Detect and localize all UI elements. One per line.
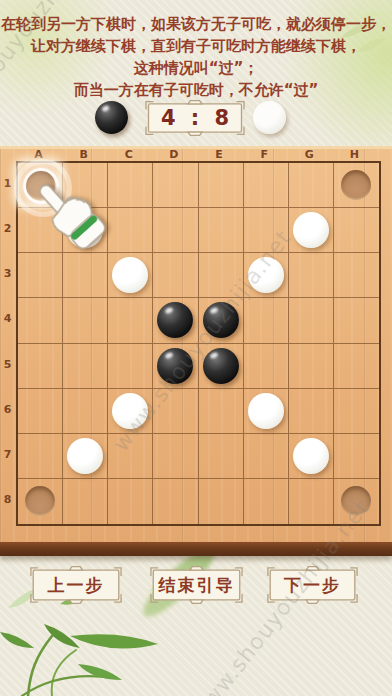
row-label-1: 1 — [0, 161, 15, 206]
cell-D2[interactable] — [153, 208, 198, 253]
cell-F8[interactable] — [244, 479, 289, 524]
score-row: 4 : 8 — [0, 98, 392, 142]
cell-H4[interactable] — [334, 298, 379, 343]
cell-B4[interactable] — [63, 298, 108, 343]
cell-G8[interactable] — [289, 479, 334, 524]
row-label-2: 2 — [0, 206, 15, 251]
cell-F7[interactable] — [244, 434, 289, 479]
cell-A3[interactable] — [18, 253, 63, 298]
cell-B8[interactable] — [63, 479, 108, 524]
cell-C1[interactable] — [108, 163, 153, 208]
tutorial-line-2: 让对方继续下棋，直到有子可吃时方能继续下棋， — [0, 35, 392, 57]
row-label-8: 8 — [0, 477, 15, 522]
cell-A8[interactable] — [18, 479, 63, 524]
cell-C5[interactable] — [108, 344, 153, 389]
cell-E4[interactable] — [199, 298, 244, 343]
black-score-stone — [95, 101, 128, 134]
cell-E3[interactable] — [199, 253, 244, 298]
cell-D1[interactable] — [153, 163, 198, 208]
cell-G1[interactable] — [289, 163, 334, 208]
tutorial-line-1: 在轮到另一方下棋时，如果该方无子可吃，就必须停一步， — [0, 13, 392, 35]
cell-H8[interactable] — [334, 479, 379, 524]
cell-D8[interactable] — [153, 479, 198, 524]
cell-G2[interactable] — [289, 208, 334, 253]
cell-B5[interactable] — [63, 344, 108, 389]
cell-H1[interactable] — [334, 163, 379, 208]
black-stone — [203, 302, 239, 338]
cell-H5[interactable] — [334, 344, 379, 389]
cell-E2[interactable] — [199, 208, 244, 253]
cell-G6[interactable] — [289, 389, 334, 434]
col-label-B: B — [61, 148, 106, 161]
cell-A7[interactable] — [18, 434, 63, 479]
cell-G3[interactable] — [289, 253, 334, 298]
cell-D4[interactable] — [153, 298, 198, 343]
col-label-E: E — [197, 148, 242, 161]
corner-hole — [341, 486, 371, 516]
cell-F2[interactable] — [244, 208, 289, 253]
black-stone — [157, 302, 193, 338]
cell-E5[interactable] — [199, 344, 244, 389]
cell-E7[interactable] — [199, 434, 244, 479]
tutorial-line-3: 这种情况叫“过”； — [0, 57, 392, 79]
white-stone — [248, 257, 284, 293]
cell-C3[interactable] — [108, 253, 153, 298]
cell-D3[interactable] — [153, 253, 198, 298]
cell-A6[interactable] — [18, 389, 63, 434]
tutorial-text: 在轮到另一方下棋时，如果该方无子可吃，就必须停一步， 让对方继续下棋，直到有子可… — [0, 13, 392, 101]
cell-C7[interactable] — [108, 434, 153, 479]
cell-C2[interactable] — [108, 208, 153, 253]
end-guide-button[interactable]: 结束引导 — [150, 566, 243, 604]
cell-F1[interactable] — [244, 163, 289, 208]
col-label-H: H — [332, 148, 377, 161]
cell-A4[interactable] — [18, 298, 63, 343]
white-stone — [293, 212, 329, 248]
col-label-F: F — [242, 148, 287, 161]
board-bottom-edge — [0, 542, 392, 556]
cell-F4[interactable] — [244, 298, 289, 343]
corner-hole — [341, 170, 371, 200]
cell-E8[interactable] — [199, 479, 244, 524]
cell-A5[interactable] — [18, 344, 63, 389]
tutorial-screen: 在轮到另一方下棋时，如果该方无子可吃，就必须停一步， 让对方继续下棋，直到有子可… — [0, 0, 392, 696]
col-label-G: G — [287, 148, 332, 161]
black-stone — [203, 348, 239, 384]
black-stone — [157, 348, 193, 384]
cell-D6[interactable] — [153, 389, 198, 434]
end-guide-label: 结束引导 — [150, 566, 243, 604]
cell-H7[interactable] — [334, 434, 379, 479]
white-stone — [248, 393, 284, 429]
cell-G7[interactable] — [289, 434, 334, 479]
cell-B6[interactable] — [63, 389, 108, 434]
row-label-5: 5 — [0, 342, 15, 387]
row-label-4: 4 — [0, 296, 15, 341]
cell-F3[interactable] — [244, 253, 289, 298]
cell-B7[interactable] — [63, 434, 108, 479]
cell-E1[interactable] — [199, 163, 244, 208]
col-label-D: D — [151, 148, 196, 161]
game-board: ABCDEFGH 12345678 — [0, 146, 392, 542]
row-label-7: 7 — [0, 432, 15, 477]
next-step-button[interactable]: 下一步 — [267, 566, 358, 604]
score-plaque: 4 : 8 — [145, 100, 245, 136]
previous-step-button[interactable]: 上一步 — [30, 566, 122, 604]
previous-step-label: 上一步 — [30, 566, 122, 604]
cell-H6[interactable] — [334, 389, 379, 434]
cell-H3[interactable] — [334, 253, 379, 298]
white-stone — [112, 257, 148, 293]
cell-G4[interactable] — [289, 298, 334, 343]
white-score-stone — [253, 101, 286, 134]
white-stone — [67, 438, 103, 474]
cell-C8[interactable] — [108, 479, 153, 524]
cell-F5[interactable] — [244, 344, 289, 389]
cell-C4[interactable] — [108, 298, 153, 343]
corner-hole — [25, 486, 55, 516]
white-stone — [112, 393, 148, 429]
col-label-C: C — [106, 148, 151, 161]
next-step-label: 下一步 — [267, 566, 358, 604]
white-stone — [293, 438, 329, 474]
cell-D7[interactable] — [153, 434, 198, 479]
cell-E6[interactable] — [199, 389, 244, 434]
cell-G5[interactable] — [289, 344, 334, 389]
cell-D5[interactable] — [153, 344, 198, 389]
cell-F6[interactable] — [244, 389, 289, 434]
score-value: 4 : 8 — [145, 100, 245, 136]
cell-C6[interactable] — [108, 389, 153, 434]
row-label-3: 3 — [0, 251, 15, 296]
row-label-6: 6 — [0, 387, 15, 432]
cell-H2[interactable] — [334, 208, 379, 253]
